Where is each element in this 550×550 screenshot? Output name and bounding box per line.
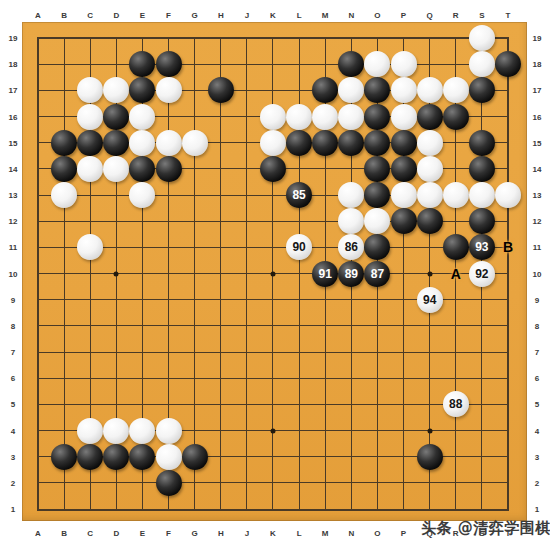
stone-white-Q9: 94	[417, 287, 443, 313]
stone-black-O14	[364, 156, 390, 182]
row-label-right-12: 12	[533, 217, 542, 226]
stone-white-N12	[338, 208, 364, 234]
stone-white-S13	[469, 182, 495, 208]
stone-black-D3	[103, 444, 129, 470]
stone-black-M17	[312, 77, 338, 103]
row-label-left-4: 4	[11, 426, 15, 435]
stone-black-B3	[51, 444, 77, 470]
stone-black-O10: 87	[364, 261, 390, 287]
stone-white-G15	[182, 130, 208, 156]
row-label-left-15: 15	[9, 138, 18, 147]
stone-white-C11	[77, 234, 103, 260]
watermark: 头条 @清弈学围棋	[421, 519, 550, 538]
stone-black-L15	[286, 130, 312, 156]
row-label-right-16: 16	[533, 112, 542, 121]
stone-white-Q13	[417, 182, 443, 208]
row-label-left-12: 12	[9, 217, 18, 226]
move-number-87: 87	[371, 268, 384, 280]
stone-black-N15	[338, 130, 364, 156]
row-label-right-7: 7	[535, 348, 539, 357]
stone-white-N13	[338, 182, 364, 208]
stone-white-L16	[286, 104, 312, 130]
stone-black-E14	[129, 156, 155, 182]
row-label-left-17: 17	[9, 86, 18, 95]
stone-white-R13	[443, 182, 469, 208]
stone-black-O17	[364, 77, 390, 103]
stone-white-D17	[103, 77, 129, 103]
row-label-right-3: 3	[535, 452, 539, 461]
stone-white-Q17	[417, 77, 443, 103]
row-label-left-13: 13	[9, 191, 18, 200]
move-number-92: 92	[475, 268, 488, 280]
row-label-left-19: 19	[9, 34, 18, 43]
col-label-bottom-L: L	[297, 528, 302, 537]
stone-white-E15	[129, 130, 155, 156]
stone-black-G3	[182, 444, 208, 470]
stone-black-E18	[129, 51, 155, 77]
stone-black-R16	[443, 104, 469, 130]
stone-black-S15	[469, 130, 495, 156]
col-label-top-H: H	[218, 11, 224, 20]
stone-white-R17	[443, 77, 469, 103]
stone-white-D4	[103, 418, 129, 444]
stone-black-S14	[469, 156, 495, 182]
col-label-top-A: A	[35, 11, 41, 20]
stone-white-N17	[338, 77, 364, 103]
stone-white-M16	[312, 104, 338, 130]
row-label-left-16: 16	[9, 112, 18, 121]
row-label-left-6: 6	[11, 374, 15, 383]
move-number-86: 86	[345, 241, 358, 253]
star-point-K10	[270, 271, 275, 276]
stone-white-S10: 92	[469, 261, 495, 287]
stone-white-F4	[156, 418, 182, 444]
stone-black-P12	[391, 208, 417, 234]
row-label-left-7: 7	[11, 348, 15, 357]
stone-black-F14	[156, 156, 182, 182]
stone-white-P13	[391, 182, 417, 208]
stone-white-E16	[129, 104, 155, 130]
row-label-right-6: 6	[535, 374, 539, 383]
col-label-bottom-B: B	[61, 528, 67, 537]
stone-white-C16	[77, 104, 103, 130]
row-label-right-2: 2	[535, 478, 539, 487]
row-label-right-9: 9	[535, 295, 539, 304]
stone-black-P15	[391, 130, 417, 156]
stone-black-D15	[103, 130, 129, 156]
col-label-bottom-K: K	[270, 528, 276, 537]
move-number-88: 88	[449, 398, 462, 410]
col-label-bottom-A: A	[35, 528, 41, 537]
stone-black-C15	[77, 130, 103, 156]
stone-white-K16	[260, 104, 286, 130]
col-label-top-R: R	[453, 11, 459, 20]
col-label-top-G: G	[192, 11, 198, 20]
col-label-bottom-C: C	[87, 528, 93, 537]
row-label-right-10: 10	[533, 269, 542, 278]
star-point-Q4	[427, 428, 432, 433]
stone-black-S12	[469, 208, 495, 234]
stone-black-C3	[77, 444, 103, 470]
stone-black-Q3	[417, 444, 443, 470]
stone-white-L11: 90	[286, 234, 312, 260]
stone-black-Q12	[417, 208, 443, 234]
stone-white-F3	[156, 444, 182, 470]
col-label-top-N: N	[348, 11, 354, 20]
row-label-left-1: 1	[11, 505, 15, 514]
row-label-right-8: 8	[535, 321, 539, 330]
stone-black-B15	[51, 130, 77, 156]
stone-white-F15	[156, 130, 182, 156]
stone-white-T13	[495, 182, 521, 208]
stone-black-E3	[129, 444, 155, 470]
stone-black-F18	[156, 51, 182, 77]
col-label-bottom-F: F	[166, 528, 171, 537]
row-label-left-14: 14	[9, 164, 18, 173]
stone-white-E13	[129, 182, 155, 208]
stone-black-B14	[51, 156, 77, 182]
stone-black-M15	[312, 130, 338, 156]
col-label-top-J: J	[245, 11, 249, 20]
stone-black-N10: 89	[338, 261, 364, 287]
board-overlay: AABBCCDDEEFFGGHHJJKKLLMMNNOOPPQQRRSSTT19…	[0, 0, 550, 550]
col-label-bottom-M: M	[322, 528, 329, 537]
stone-black-K14	[260, 156, 286, 182]
col-label-top-O: O	[374, 11, 380, 20]
point-marker-A: A	[451, 266, 461, 282]
col-label-top-Q: Q	[427, 11, 433, 20]
stone-black-H17	[208, 77, 234, 103]
stone-white-P16	[391, 104, 417, 130]
stone-white-C4	[77, 418, 103, 444]
stone-black-D16	[103, 104, 129, 130]
stone-black-F2	[156, 470, 182, 496]
row-label-right-1: 1	[535, 505, 539, 514]
stone-white-P18	[391, 51, 417, 77]
point-marker-B: B	[503, 239, 513, 255]
col-label-top-K: K	[270, 11, 276, 20]
stone-white-C17	[77, 77, 103, 103]
row-label-left-2: 2	[11, 478, 15, 487]
stone-white-S19	[469, 25, 495, 51]
row-label-right-5: 5	[535, 400, 539, 409]
stone-black-S11: 93	[469, 234, 495, 260]
stone-white-F17	[156, 77, 182, 103]
stone-black-S17	[469, 77, 495, 103]
stone-white-E4	[129, 418, 155, 444]
move-number-94: 94	[423, 294, 436, 306]
stone-white-D14	[103, 156, 129, 182]
col-label-bottom-E: E	[140, 528, 145, 537]
col-label-bottom-J: J	[245, 528, 249, 537]
row-label-right-11: 11	[533, 243, 541, 252]
col-label-bottom-G: G	[192, 528, 198, 537]
stone-white-R5: 88	[443, 391, 469, 417]
col-label-bottom-O: O	[374, 528, 380, 537]
stone-black-O13	[364, 182, 390, 208]
stone-white-O18	[364, 51, 390, 77]
col-label-top-L: L	[297, 11, 302, 20]
stone-black-O11	[364, 234, 390, 260]
col-label-top-D: D	[113, 11, 119, 20]
row-label-left-11: 11	[9, 243, 17, 252]
stone-black-O16	[364, 104, 390, 130]
star-point-D10	[114, 271, 119, 276]
col-label-top-P: P	[401, 11, 406, 20]
move-number-90: 90	[292, 241, 305, 253]
row-label-right-13: 13	[533, 191, 542, 200]
go-diagram: AABBCCDDEEFFGGHHJJKKLLMMNNOOPPQQRRSSTT19…	[0, 0, 550, 550]
stone-black-T18	[495, 51, 521, 77]
stone-white-Q14	[417, 156, 443, 182]
col-label-top-F: F	[166, 11, 171, 20]
star-point-K4	[270, 428, 275, 433]
row-label-left-10: 10	[9, 269, 18, 278]
row-label-left-8: 8	[11, 321, 15, 330]
move-number-89: 89	[345, 268, 358, 280]
stone-black-N18	[338, 51, 364, 77]
row-label-right-14: 14	[533, 164, 542, 173]
stone-white-N16	[338, 104, 364, 130]
col-label-top-B: B	[61, 11, 67, 20]
row-label-left-5: 5	[11, 400, 15, 409]
stone-black-L13: 85	[286, 182, 312, 208]
row-label-right-17: 17	[533, 86, 542, 95]
row-label-left-9: 9	[11, 295, 15, 304]
stone-black-R11	[443, 234, 469, 260]
stone-black-M10: 91	[312, 261, 338, 287]
row-label-right-15: 15	[533, 138, 542, 147]
col-label-top-E: E	[140, 11, 145, 20]
move-number-93: 93	[475, 241, 488, 253]
col-label-top-T: T	[506, 11, 511, 20]
move-number-85: 85	[292, 189, 305, 201]
star-point-Q10	[427, 271, 432, 276]
stone-white-O12	[364, 208, 390, 234]
col-label-top-M: M	[322, 11, 329, 20]
stone-black-Q16	[417, 104, 443, 130]
stone-black-O15	[364, 130, 390, 156]
row-label-right-4: 4	[535, 426, 539, 435]
row-label-right-18: 18	[533, 60, 542, 69]
stone-white-S18	[469, 51, 495, 77]
move-number-91: 91	[319, 268, 332, 280]
stone-white-Q15	[417, 130, 443, 156]
stone-white-C14	[77, 156, 103, 182]
col-label-bottom-D: D	[113, 528, 119, 537]
row-label-left-18: 18	[9, 60, 18, 69]
stone-white-K15	[260, 130, 286, 156]
stone-white-N11: 86	[338, 234, 364, 260]
row-label-left-3: 3	[11, 452, 15, 461]
stone-white-B13	[51, 182, 77, 208]
row-label-right-19: 19	[533, 34, 542, 43]
col-label-bottom-H: H	[218, 528, 224, 537]
stone-black-E17	[129, 77, 155, 103]
col-label-bottom-P: P	[401, 528, 406, 537]
stone-black-P14	[391, 156, 417, 182]
stone-white-P17	[391, 77, 417, 103]
col-label-top-C: C	[87, 11, 93, 20]
col-label-top-S: S	[479, 11, 484, 20]
col-label-bottom-N: N	[348, 528, 354, 537]
